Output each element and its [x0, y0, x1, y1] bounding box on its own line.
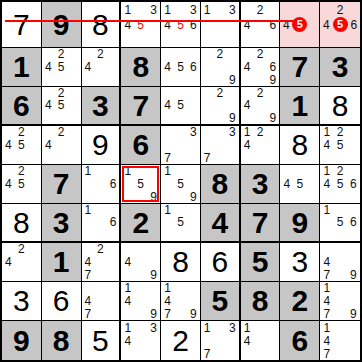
cell-r8c9[interactable]: 1479: [320, 282, 360, 321]
candidate-empty: [28, 268, 41, 281]
candidate-5: 5: [134, 178, 147, 191]
candidate-grid: 246: [241, 2, 280, 47]
candidate-empty: [241, 2, 254, 17]
cell-r2c5[interactable]: 456: [161, 48, 201, 87]
candidate-6: 6: [107, 216, 120, 228]
cell-r1c5[interactable]: 13456: [161, 2, 201, 48]
candidate-4: 4: [320, 256, 333, 269]
candidate-empty: [2, 190, 15, 203]
given-digit: 2: [280, 282, 319, 320]
candidate-empty: [187, 229, 200, 241]
cell-r6c9[interactable]: 156: [320, 204, 360, 243]
given-digit: 6: [280, 321, 319, 360]
candidate-empty: [161, 112, 174, 124]
cell-r2c3[interactable]: 24: [82, 48, 122, 87]
solved-digit: 3: [280, 243, 319, 281]
candidate-empty: [201, 334, 214, 347]
cell-r9c8[interactable]: 6: [280, 321, 320, 360]
given-digit: 2: [121, 204, 160, 241]
candidate-empty: [161, 229, 174, 241]
cell-r5c7[interactable]: 3: [241, 165, 281, 204]
cell-r7c3[interactable]: 247: [82, 243, 122, 282]
candidate-empty: [213, 347, 226, 360]
candidate-empty: [107, 229, 120, 241]
candidate-empty: [121, 268, 134, 281]
candidate-empty: [201, 32, 214, 47]
candidate-1: 1: [320, 126, 333, 139]
candidate-empty: [107, 256, 120, 269]
cell-r6c5[interactable]: 15: [161, 204, 201, 243]
candidate-1: 1: [201, 321, 214, 334]
cell-r8c2[interactable]: 6: [42, 282, 82, 321]
cell-r2c6[interactable]: 29: [201, 48, 241, 87]
cell-r5c9[interactable]: 12456: [320, 165, 360, 204]
cell-r1c3[interactable]: 8: [82, 2, 122, 48]
candidate-empty: [241, 73, 254, 86]
cell-r5c2[interactable]: 7: [42, 165, 82, 204]
candidate-grid: 14: [241, 321, 280, 360]
candidate-3: 3: [226, 126, 239, 139]
candidate-empty: [15, 268, 28, 281]
candidate-4: 4: [2, 256, 15, 269]
candidate-empty: [213, 151, 226, 164]
candidate-empty: [174, 139, 187, 152]
candidate-empty: [94, 295, 107, 308]
candidate-empty: [55, 139, 68, 152]
cell-r5c6[interactable]: 8: [201, 165, 241, 204]
solved-digit: 2: [161, 321, 200, 360]
candidate-2: 2: [55, 126, 68, 139]
candidate-grid: 16: [82, 165, 120, 203]
candidate-grid: 149: [121, 282, 160, 320]
candidate-empty: [174, 165, 187, 178]
candidate-empty: [267, 48, 280, 61]
solved-digit: 6: [201, 243, 239, 281]
candidate-1: 1: [82, 165, 95, 178]
candidate-empty: [213, 32, 226, 47]
candidate-empty: [82, 282, 95, 295]
cell-r9c9[interactable]: 147: [320, 321, 360, 360]
cell-r7c6[interactable]: 6: [201, 243, 241, 282]
candidate-empty: [107, 307, 120, 320]
candidate-4: 4: [161, 61, 174, 74]
candidate-empty: [134, 2, 147, 17]
candidate-9: 9: [267, 73, 280, 86]
candidate-6: 6: [187, 61, 200, 74]
candidate-empty: [333, 243, 346, 256]
candidate-2: 2: [94, 243, 107, 256]
cell-r8c5[interactable]: 1479: [161, 282, 201, 321]
cell-r8c7[interactable]: 8: [241, 282, 281, 321]
cell-r8c8[interactable]: 2: [280, 282, 320, 321]
candidate-empty: [174, 151, 187, 164]
candidate-grid: 47: [82, 282, 120, 320]
candidate-9: 9: [347, 307, 360, 320]
candidate-empty: [174, 2, 187, 17]
candidate-empty: [333, 295, 346, 308]
cell-r3c6[interactable]: 29: [201, 87, 241, 126]
cell-r3c1[interactable]: 6: [2, 87, 42, 126]
cell-r7c4[interactable]: 49: [121, 243, 161, 282]
candidate-empty: [306, 178, 319, 191]
candidate-empty: [280, 32, 292, 47]
candidate-empty: [333, 268, 346, 281]
cell-r3c7[interactable]: 249: [241, 87, 281, 126]
candidate-grid: 13456: [161, 2, 200, 47]
candidate-1: 1: [121, 2, 134, 17]
candidate-empty: [134, 334, 147, 347]
candidate-empty: [68, 151, 81, 164]
candidate-empty: [187, 178, 200, 191]
candidate-grid: 245: [42, 87, 81, 124]
candidate-empty: [94, 204, 107, 216]
candidate-empty: [293, 190, 306, 203]
candidate-empty: [306, 165, 319, 178]
candidate-empty: [201, 17, 214, 32]
candidate-empty: [15, 190, 28, 203]
given-digit: 9: [42, 2, 81, 47]
given-digit: 3: [241, 165, 280, 203]
cell-r4c6[interactable]: 37: [201, 126, 241, 165]
cell-r6c6[interactable]: 4: [201, 204, 241, 243]
candidate-empty: [28, 178, 41, 191]
cell-r9c6[interactable]: 137: [201, 321, 241, 360]
candidate-grid: 1345: [121, 2, 160, 47]
candidate-grid: 29: [201, 48, 239, 86]
candidate-empty: [134, 256, 147, 269]
cell-r3c3[interactable]: 3: [82, 87, 122, 126]
cell-r2c9[interactable]: 3: [320, 48, 360, 87]
candidate-1: 1: [82, 204, 95, 216]
candidate-empty: [68, 87, 81, 99]
candidate-2: 2: [213, 87, 226, 99]
candidate-empty: [226, 151, 239, 164]
candidate-empty: [107, 73, 120, 86]
candidate-grid: 29: [201, 87, 239, 124]
cell-r5c3[interactable]: 16: [82, 165, 122, 204]
cell-r5c8[interactable]: 45: [280, 165, 320, 204]
cell-r7c7[interactable]: 5: [241, 243, 281, 282]
cell-r4c1[interactable]: 245: [2, 126, 42, 165]
cell-r1c8[interactable]: 45: [280, 2, 320, 48]
cell-r6c7[interactable]: 7: [241, 204, 281, 243]
candidate-empty: [333, 204, 346, 216]
candidate-empty: [55, 151, 68, 164]
candidate-empty: [121, 347, 134, 360]
candidate-9: 9: [147, 307, 160, 320]
candidate-empty: [226, 61, 239, 74]
cell-r9c1[interactable]: 9: [2, 321, 42, 360]
cell-r7c9[interactable]: 479: [320, 243, 360, 282]
cell-r8c3[interactable]: 47: [82, 282, 122, 321]
candidate-empty: [267, 139, 280, 152]
given-digit: 4: [201, 204, 239, 241]
cell-r8c4[interactable]: 149: [121, 282, 161, 321]
candidate-empty: [267, 151, 280, 164]
candidate-grid: 2456: [320, 2, 360, 47]
candidate-1: 1: [121, 165, 134, 178]
candidate-empty: [187, 139, 200, 152]
candidate-empty: [254, 61, 267, 74]
cell-r9c3[interactable]: 5: [82, 321, 122, 360]
candidate-empty: [42, 73, 55, 86]
candidate-empty: [254, 99, 267, 111]
candidate-4: 4: [161, 17, 174, 32]
candidate-empty: [267, 32, 280, 47]
candidate-empty: [161, 87, 174, 99]
given-digit: 7: [241, 204, 280, 241]
solved-digit: 7: [2, 2, 41, 47]
candidate-empty: [333, 190, 346, 203]
cell-r6c4[interactable]: 2: [121, 204, 161, 243]
candidate-empty: [293, 165, 306, 178]
candidate-5: 5: [333, 178, 346, 191]
candidate-empty: [187, 87, 200, 99]
candidate-empty: [147, 334, 160, 347]
cell-r7c1[interactable]: 24: [2, 243, 42, 282]
cell-r2c1[interactable]: 1: [2, 48, 42, 87]
candidate-empty: [2, 165, 15, 178]
cell-r3c9[interactable]: 8: [320, 87, 360, 126]
candidate-grid: 13: [201, 2, 239, 47]
candidate-4: 4: [42, 139, 55, 152]
candidate-empty: [174, 204, 187, 216]
candidate-empty: [28, 165, 41, 178]
candidate-empty: [42, 151, 55, 164]
candidate-empty: [333, 282, 346, 295]
candidate-grid: 124: [241, 126, 280, 164]
candidate-empty: [15, 151, 28, 164]
candidate-empty: [333, 307, 346, 320]
candidate-empty: [28, 139, 41, 152]
cell-r9c7[interactable]: 14: [241, 321, 281, 360]
candidate-4: 4: [241, 61, 254, 74]
candidate-empty: [42, 48, 55, 61]
candidate-9: 9: [187, 190, 200, 203]
candidate-1: 1: [241, 126, 254, 139]
candidate-grid: 12456: [320, 165, 360, 203]
candidate-empty: [82, 229, 95, 241]
cell-r6c2[interactable]: 3: [42, 204, 82, 243]
cell-r4c9[interactable]: 1245: [320, 126, 360, 165]
candidate-empty: [187, 151, 200, 164]
candidate-empty: [174, 190, 187, 203]
candidate-empty: [333, 334, 346, 347]
cell-r4c3[interactable]: 9: [82, 126, 122, 165]
candidate-empty: [280, 2, 292, 17]
candidate-grid: 479: [320, 243, 360, 281]
given-digit: 1: [42, 243, 81, 281]
candidate-grid: 456: [161, 48, 200, 86]
candidate-empty: [28, 126, 41, 139]
cell-r4c5[interactable]: 37: [161, 126, 201, 165]
candidate-empty: [213, 99, 226, 111]
candidate-4: 4: [241, 17, 254, 32]
cell-r4c8[interactable]: 8: [280, 126, 320, 165]
cell-r9c4[interactable]: 134: [121, 321, 161, 360]
solved-digit: 9: [82, 126, 120, 164]
solved-digit: 6: [42, 282, 81, 320]
candidate-empty: [280, 190, 293, 203]
candidate-empty: [174, 282, 187, 295]
candidate-grid: 45: [280, 2, 319, 47]
cell-r4c4[interactable]: 6: [121, 126, 161, 165]
candidate-empty: [147, 282, 160, 295]
candidate-grid: 49: [121, 243, 160, 281]
candidate-empty: [241, 347, 254, 360]
candidate-4: 4: [161, 99, 174, 111]
cell-r8c6[interactable]: 5: [201, 282, 241, 321]
candidate-grid: 15: [161, 204, 200, 241]
candidate-empty: [161, 216, 174, 228]
candidate-4: 4: [42, 99, 55, 111]
given-digit: 6: [2, 87, 41, 124]
candidate-2: 2: [94, 48, 107, 61]
candidate-empty: [254, 17, 267, 32]
candidate-empty: [201, 99, 214, 111]
candidate-1: 1: [121, 282, 134, 295]
candidate-1: 1: [201, 2, 214, 17]
candidate-empty: [2, 268, 15, 281]
cell-r8c1[interactable]: 3: [2, 282, 42, 321]
solved-digit: 5: [82, 321, 120, 360]
candidate-empty: [226, 87, 239, 99]
candidate-9: 9: [147, 268, 160, 281]
candidate-5: 5: [174, 99, 187, 111]
candidate-empty: [68, 99, 81, 111]
candidate-5: 5: [174, 216, 187, 228]
candidate-5: 5: [134, 17, 147, 32]
candidate-empty: [267, 334, 280, 347]
candidate-empty: [161, 139, 174, 152]
cell-r9c2[interactable]: 8: [42, 321, 82, 360]
cell-r1c2[interactable]: 9: [42, 2, 82, 48]
candidate-5: 5: [55, 99, 68, 111]
cell-r3c2[interactable]: 245: [42, 87, 82, 126]
candidate-empty: [213, 112, 226, 124]
cell-r6c1[interactable]: 8: [2, 204, 42, 243]
sudoku-board: 7981345134561324645245612452484562924697…: [0, 0, 362, 362]
candidate-empty: [267, 2, 280, 17]
candidate-empty: [28, 256, 41, 269]
candidate-empty: [28, 151, 41, 164]
candidate-empty: [187, 99, 200, 111]
candidate-empty: [254, 151, 267, 164]
candidate-5: 5: [15, 178, 28, 191]
candidate-empty: [147, 165, 160, 178]
cell-r1c9[interactable]: 2456: [320, 2, 360, 48]
candidate-3: 3: [187, 126, 200, 139]
candidate-5: 5: [333, 216, 346, 228]
cell-r2c7[interactable]: 2469: [241, 48, 281, 87]
given-digit: 3: [42, 204, 81, 241]
cell-r3c8[interactable]: 1: [280, 87, 320, 126]
cell-r1c4[interactable]: 1345: [121, 2, 161, 48]
candidate-empty: [254, 347, 267, 360]
candidate-grid: 37: [201, 126, 239, 164]
cell-r7c2[interactable]: 1: [42, 243, 82, 282]
cell-r9c5[interactable]: 2: [161, 321, 201, 360]
cell-r3c5[interactable]: 45: [161, 87, 201, 126]
candidate-empty: [94, 256, 107, 269]
cell-r6c3[interactable]: 16: [82, 204, 122, 243]
cell-r2c8[interactable]: 7: [280, 48, 320, 87]
candidate-2: 2: [254, 2, 267, 17]
candidate-9: 9: [347, 268, 360, 281]
cell-r4c7[interactable]: 124: [241, 126, 281, 165]
given-digit: 6: [121, 126, 160, 164]
candidate-2: 2: [333, 126, 346, 139]
candidate-grid: 159: [121, 165, 160, 203]
candidate-empty: [161, 48, 174, 61]
cell-r1c1[interactable]: 7: [2, 2, 42, 48]
candidate-empty: [147, 256, 160, 269]
candidate-grid: 245: [2, 126, 41, 164]
candidate-empty: [187, 48, 200, 61]
candidate-empty: [347, 334, 360, 347]
candidate-empty: [213, 139, 226, 152]
candidate-empty: [187, 282, 200, 295]
candidate-empty: [134, 295, 147, 308]
candidate-empty: [82, 178, 95, 191]
candidate-empty: [147, 17, 160, 32]
candidate-empty: [134, 282, 147, 295]
solved-digit: 8: [161, 243, 200, 281]
candidate-4: 4: [82, 256, 95, 269]
candidate-1: 1: [121, 321, 134, 334]
candidate-empty: [161, 178, 174, 191]
candidate-empty: [94, 307, 107, 320]
candidate-grid: 24: [82, 48, 120, 86]
candidate-2: 2: [213, 48, 226, 61]
candidate-9: 9: [147, 190, 160, 203]
cell-r2c2[interactable]: 245: [42, 48, 82, 87]
cell-r5c1[interactable]: 245: [2, 165, 42, 204]
candidate-empty: [241, 32, 254, 47]
cell-r2c4[interactable]: 8: [121, 48, 161, 87]
candidate-2: 2: [254, 126, 267, 139]
candidate-empty: [347, 243, 360, 256]
candidate-empty: [333, 32, 348, 47]
candidate-empty: [94, 165, 107, 178]
cell-r3c4[interactable]: 7: [121, 87, 161, 126]
cell-r4c2[interactable]: 24: [42, 126, 82, 165]
candidate-empty: [161, 32, 174, 47]
given-digit: 8: [121, 48, 160, 86]
candidate-empty: [107, 282, 120, 295]
candidate-6: 6: [347, 216, 360, 228]
candidate-empty: [226, 48, 239, 61]
cell-r6c8[interactable]: 9: [280, 204, 320, 243]
candidate-empty: [241, 112, 254, 124]
cell-r7c5[interactable]: 8: [161, 243, 201, 282]
cell-r1c7[interactable]: 246: [241, 2, 281, 48]
candidate-empty: [161, 73, 174, 86]
given-digit: 1: [2, 48, 41, 86]
candidate-empty: [107, 204, 120, 216]
cell-r5c4[interactable]: 159: [121, 165, 161, 204]
candidate-empty: [226, 99, 239, 111]
cell-r7c8[interactable]: 3: [280, 243, 320, 282]
cell-r1c6[interactable]: 13: [201, 2, 241, 48]
candidate-6: 6: [187, 17, 200, 32]
candidate-4: 4: [82, 61, 95, 74]
candidate-empty: [307, 2, 319, 17]
candidate-empty: [320, 229, 333, 241]
candidate-2: 2: [15, 126, 28, 139]
cell-r5c5[interactable]: 159: [161, 165, 201, 204]
candidate-empty: [94, 61, 107, 74]
